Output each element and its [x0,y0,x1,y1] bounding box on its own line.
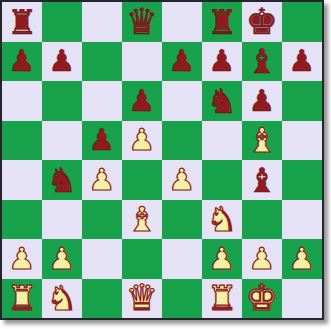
square-d6[interactable]: ♟ [122,81,162,121]
square-a3[interactable] [2,200,42,240]
square-a2[interactable]: ♟ [2,239,42,279]
square-d2[interactable] [122,239,162,279]
piece-light-knight[interactable]: ♞ [207,202,237,236]
piece-light-pawn[interactable]: ♟ [49,244,76,274]
piece-light-bishop[interactable]: ♝ [127,202,157,236]
piece-light-bishop[interactable]: ♝ [247,123,277,157]
piece-dark-knight[interactable]: ♞ [47,163,77,197]
square-g3[interactable] [242,200,282,240]
square-g1[interactable]: ♚ [242,279,282,319]
piece-dark-knight[interactable]: ♞ [207,84,237,118]
square-f4[interactable] [202,160,242,200]
piece-dark-pawn[interactable]: ♟ [289,46,316,76]
square-c8[interactable] [82,2,122,42]
chess-board: ♜♛♜♚♟♟♟♟♝♟♟♞♟♟♟♝♞♟♟♝♝♞♟♟♟♟♟♜♞♛♜♚ [0,0,324,320]
piece-dark-pawn[interactable]: ♟ [209,46,236,76]
square-d3[interactable]: ♝ [122,200,162,240]
square-e5[interactable] [162,121,202,161]
piece-dark-pawn[interactable]: ♟ [9,46,36,76]
piece-dark-pawn[interactable]: ♟ [249,86,276,116]
square-b7[interactable]: ♟ [42,42,82,82]
square-e7[interactable]: ♟ [162,42,202,82]
piece-dark-pawn[interactable]: ♟ [129,86,156,116]
square-a5[interactable] [2,121,42,161]
square-c3[interactable] [82,200,122,240]
square-f1[interactable]: ♜ [202,279,242,319]
square-c1[interactable] [82,279,122,319]
square-d8[interactable]: ♛ [122,2,162,42]
chess-app-canvas: ♜♛♜♚♟♟♟♟♝♟♟♞♟♟♟♝♞♟♟♝♝♞♟♟♟♟♟♜♞♛♜♚ [0,0,331,329]
square-a1[interactable]: ♜ [2,279,42,319]
square-f8[interactable]: ♜ [202,2,242,42]
square-d5[interactable]: ♟ [122,121,162,161]
piece-dark-bishop[interactable]: ♝ [247,163,277,197]
square-h3[interactable] [282,200,322,240]
piece-light-pawn[interactable]: ♟ [129,125,156,155]
square-g6[interactable]: ♟ [242,81,282,121]
piece-dark-queen[interactable]: ♛ [126,4,158,40]
square-g8[interactable]: ♚ [242,2,282,42]
square-c5[interactable]: ♟ [82,121,122,161]
square-e1[interactable] [162,279,202,319]
square-h6[interactable] [282,81,322,121]
square-a7[interactable]: ♟ [2,42,42,82]
square-h5[interactable] [282,121,322,161]
square-h2[interactable]: ♟ [282,239,322,279]
square-e6[interactable] [162,81,202,121]
square-c2[interactable] [82,239,122,279]
piece-light-pawn[interactable]: ♟ [249,244,276,274]
square-a6[interactable] [2,81,42,121]
square-b3[interactable] [42,200,82,240]
piece-light-pawn[interactable]: ♟ [209,244,236,274]
square-d4[interactable] [122,160,162,200]
square-c7[interactable] [82,42,122,82]
piece-dark-bishop[interactable]: ♝ [247,44,277,78]
square-e8[interactable] [162,2,202,42]
square-g2[interactable]: ♟ [242,239,282,279]
piece-light-rook[interactable]: ♜ [207,281,237,315]
square-g7[interactable]: ♝ [242,42,282,82]
square-h4[interactable] [282,160,322,200]
piece-light-pawn[interactable]: ♟ [169,165,196,195]
square-b6[interactable] [42,81,82,121]
square-e4[interactable]: ♟ [162,160,202,200]
piece-light-king[interactable]: ♚ [246,280,278,316]
piece-dark-pawn[interactable]: ♟ [49,46,76,76]
piece-dark-rook[interactable]: ♜ [207,5,237,39]
square-h8[interactable] [282,2,322,42]
piece-light-knight[interactable]: ♞ [47,281,77,315]
square-b2[interactable]: ♟ [42,239,82,279]
square-c6[interactable] [82,81,122,121]
piece-dark-rook[interactable]: ♜ [7,5,37,39]
square-e3[interactable] [162,200,202,240]
piece-dark-king[interactable]: ♚ [246,4,278,40]
square-f7[interactable]: ♟ [202,42,242,82]
square-f6[interactable]: ♞ [202,81,242,121]
square-b8[interactable] [42,2,82,42]
square-g4[interactable]: ♝ [242,160,282,200]
square-h7[interactable]: ♟ [282,42,322,82]
square-h1[interactable] [282,279,322,319]
square-f3[interactable]: ♞ [202,200,242,240]
square-f2[interactable]: ♟ [202,239,242,279]
piece-light-pawn[interactable]: ♟ [9,244,36,274]
piece-light-pawn[interactable]: ♟ [289,244,316,274]
square-b5[interactable] [42,121,82,161]
piece-light-queen[interactable]: ♛ [126,280,158,316]
square-c4[interactable]: ♟ [82,160,122,200]
square-a8[interactable]: ♜ [2,2,42,42]
piece-light-pawn[interactable]: ♟ [89,165,116,195]
piece-dark-pawn[interactable]: ♟ [169,46,196,76]
square-e2[interactable] [162,239,202,279]
square-f5[interactable] [202,121,242,161]
square-g5[interactable]: ♝ [242,121,282,161]
square-d7[interactable] [122,42,162,82]
square-b1[interactable]: ♞ [42,279,82,319]
square-b4[interactable]: ♞ [42,160,82,200]
square-d1[interactable]: ♛ [122,279,162,319]
piece-light-rook[interactable]: ♜ [7,281,37,315]
square-a4[interactable] [2,160,42,200]
piece-dark-pawn[interactable]: ♟ [89,125,116,155]
